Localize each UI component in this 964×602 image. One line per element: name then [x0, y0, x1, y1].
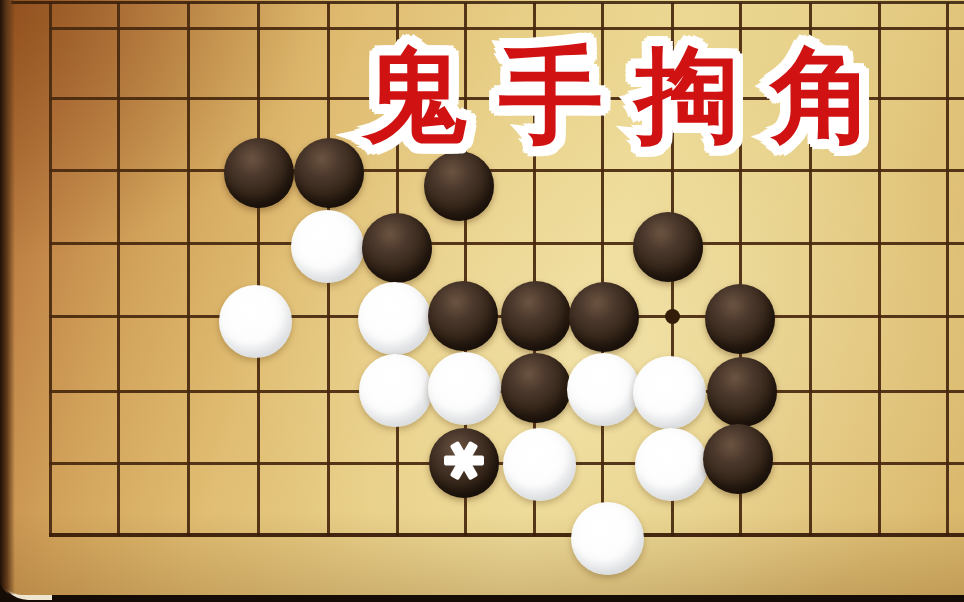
black-stone [501, 353, 571, 423]
grid-line-horizontal-8 [49, 533, 964, 537]
white-stone [571, 502, 644, 575]
marked-black-stone [429, 428, 499, 498]
white-stone [635, 428, 708, 501]
board-left-edge [0, 0, 15, 595]
grid-line-vertical-2 [117, 3, 120, 536]
white-stone [633, 356, 706, 429]
grid-line-vertical-4 [257, 3, 260, 536]
white-stone [503, 428, 576, 501]
black-stone [705, 284, 775, 354]
black-stone [707, 357, 777, 427]
white-stone [567, 353, 640, 426]
black-stone [294, 138, 364, 208]
hoshi-star-point [665, 309, 680, 324]
black-stone [501, 281, 571, 351]
screenshot-root: 鬼手掏角 鬼手掏角 [0, 0, 964, 602]
black-stone [633, 212, 703, 282]
white-stone [291, 210, 364, 283]
grid-line-horizontal-3 [49, 169, 964, 172]
black-stone [703, 424, 773, 494]
grid-line-vertical-1 [49, 3, 52, 536]
white-stone [358, 282, 431, 355]
white-stone [359, 354, 432, 427]
white-stone [428, 352, 501, 425]
title-text: 鬼手掏角 [363, 28, 907, 163]
black-stone [569, 282, 639, 352]
black-stone [428, 281, 498, 351]
white-stone [219, 285, 292, 358]
grid-line-horizontal-4 [49, 242, 964, 245]
board-top-edge [11, 1, 964, 4]
grid-line-vertical-14 [946, 3, 949, 536]
black-stone [224, 138, 294, 208]
grid-line-vertical-3 [187, 3, 190, 536]
black-stone [362, 213, 432, 283]
